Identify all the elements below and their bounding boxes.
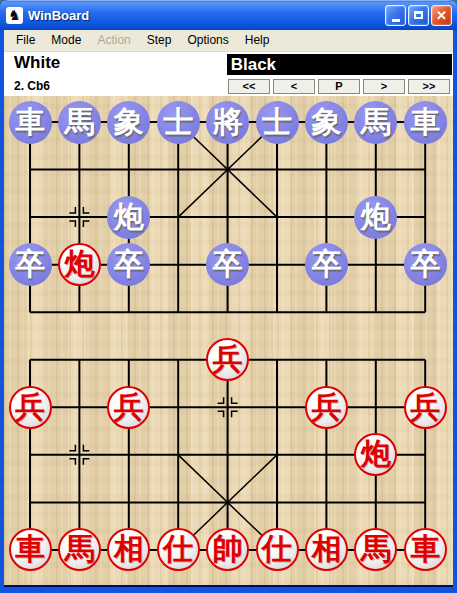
minimize-icon xyxy=(392,19,400,22)
piece-red-advisor[interactable]: 仕 xyxy=(157,528,200,571)
menu-action: Action xyxy=(89,30,138,51)
piece-red-chariot[interactable]: 車 xyxy=(404,528,447,571)
xiangqi-board[interactable]: 車馬象士將士象馬車炮炮卒炮卒卒卒卒兵兵兵兵兵炮車馬相仕帥仕相馬車 xyxy=(4,96,453,585)
forward-to-end-button[interactable]: >> xyxy=(408,79,450,94)
piece-black-soldier[interactable]: 卒 xyxy=(107,243,150,286)
rewind-to-start-button[interactable]: << xyxy=(228,79,270,94)
white-player-label: White xyxy=(14,53,60,73)
navigation-buttons: << < P > >> xyxy=(228,79,450,94)
player-status-row: White Black xyxy=(4,52,453,78)
maximize-icon xyxy=(414,11,423,19)
window-title: WinBoard xyxy=(28,8,383,23)
piece-red-cannon[interactable]: 炮 xyxy=(58,243,101,286)
piece-black-general[interactable]: 將 xyxy=(206,101,249,144)
piece-red-cannon[interactable]: 炮 xyxy=(354,433,397,476)
menu-file[interactable]: File xyxy=(8,30,43,51)
piece-black-soldier[interactable]: 卒 xyxy=(9,243,52,286)
forward-button[interactable]: > xyxy=(363,79,405,94)
piece-red-advisor[interactable]: 仕 xyxy=(256,528,299,571)
last-move-text: 2. Cb6 xyxy=(14,79,50,93)
piece-black-cannon[interactable]: 炮 xyxy=(354,196,397,239)
menu-bar: File Mode Action Step Options Help xyxy=(4,30,453,52)
piece-black-soldier[interactable]: 卒 xyxy=(404,243,447,286)
piece-red-soldier[interactable]: 兵 xyxy=(206,338,249,381)
piece-black-advisor[interactable]: 士 xyxy=(157,101,200,144)
window-content: File Mode Action Step Options Help White… xyxy=(4,30,453,587)
close-icon: ✕ xyxy=(436,8,447,23)
piece-black-chariot[interactable]: 車 xyxy=(9,101,52,144)
piece-red-chariot[interactable]: 車 xyxy=(9,528,52,571)
piece-black-horse[interactable]: 馬 xyxy=(354,101,397,144)
black-player-label: Black xyxy=(227,54,452,75)
piece-black-elephant[interactable]: 象 xyxy=(305,101,348,144)
piece-black-chariot[interactable]: 車 xyxy=(404,101,447,144)
menu-mode[interactable]: Mode xyxy=(43,30,89,51)
close-button[interactable]: ✕ xyxy=(431,5,452,26)
piece-red-soldier[interactable]: 兵 xyxy=(404,386,447,429)
piece-black-advisor[interactable]: 士 xyxy=(256,101,299,144)
maximize-button[interactable] xyxy=(408,5,429,26)
menu-options[interactable]: Options xyxy=(179,30,236,51)
back-button[interactable]: < xyxy=(273,79,315,94)
piece-red-soldier[interactable]: 兵 xyxy=(107,386,150,429)
minimize-button[interactable] xyxy=(385,5,406,26)
piece-black-cannon[interactable]: 炮 xyxy=(107,196,150,239)
winboard-knight-icon: ♞ xyxy=(6,7,23,24)
winboard-window: ♞ WinBoard ✕ File Mode Action Step Optio… xyxy=(0,0,457,593)
menu-help[interactable]: Help xyxy=(237,30,278,51)
menu-step[interactable]: Step xyxy=(139,30,180,51)
pause-button[interactable]: P xyxy=(318,79,360,94)
piece-red-soldier[interactable]: 兵 xyxy=(9,386,52,429)
piece-black-elephant[interactable]: 象 xyxy=(107,101,150,144)
title-bar[interactable]: ♞ WinBoard ✕ xyxy=(0,0,457,30)
piece-black-soldier[interactable]: 卒 xyxy=(305,243,348,286)
piece-black-horse[interactable]: 馬 xyxy=(58,101,101,144)
piece-red-soldier[interactable]: 兵 xyxy=(305,386,348,429)
move-row: 2. Cb6 << < P > >> xyxy=(4,78,453,96)
piece-black-soldier[interactable]: 卒 xyxy=(206,243,249,286)
piece-red-horse[interactable]: 馬 xyxy=(354,528,397,571)
